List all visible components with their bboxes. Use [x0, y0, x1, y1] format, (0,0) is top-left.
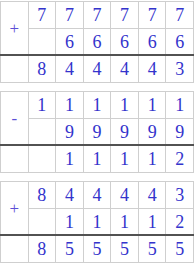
operand-digit-cell: 1: [84, 92, 111, 118]
operand-digit-cell: 7: [56, 2, 83, 28]
operand-digit-cell: 7: [166, 2, 193, 28]
operand-digit-cell: 2: [166, 209, 193, 235]
operand-digit-cell: 6: [139, 29, 166, 55]
sum-line: [0, 234, 194, 236]
operand-digit-cell: 7: [111, 2, 138, 28]
sum-line: [0, 54, 194, 56]
operand-digit-cell: 8: [29, 182, 56, 208]
empty-cell: [29, 29, 56, 55]
empty-cell: [29, 119, 56, 145]
result-digit-cell: 2: [166, 146, 193, 172]
problem-block-addition-1: +77777766666844443: [0, 1, 194, 83]
operand-digit-cell: 6: [56, 29, 83, 55]
operand-digit-cell: 1: [56, 209, 83, 235]
arithmetic-worksheet: +77777766666844443 -1111119999911112 +84…: [0, 0, 194, 263]
operand-digit-cell: 7: [84, 2, 111, 28]
operand-digit-cell: 3: [166, 182, 193, 208]
operand-digit-cell: 4: [56, 182, 83, 208]
sum-line: [0, 144, 194, 146]
operator-minus-sign: -: [1, 92, 28, 145]
operand-digit-cell: 6: [111, 29, 138, 55]
empty-cell: [1, 236, 28, 262]
empty-cell: [29, 146, 56, 172]
operand-digit-cell: 9: [56, 119, 83, 145]
operator-plus-sign: +: [1, 182, 28, 235]
result-digit-cell: 8: [29, 56, 56, 82]
operand-digit-cell: 1: [56, 92, 83, 118]
result-digit-cell: 5: [56, 236, 83, 262]
result-digit-cell: 3: [166, 56, 193, 82]
operand-digit-cell: 7: [139, 2, 166, 28]
operand-digit-cell: 9: [111, 119, 138, 145]
operand-digit-cell: 4: [139, 182, 166, 208]
result-digit-cell: 5: [84, 236, 111, 262]
operand-digit-cell: 7: [29, 2, 56, 28]
result-digit-cell: 8: [29, 236, 56, 262]
result-digit-cell: 1: [56, 146, 83, 172]
operand-digit-cell: 1: [111, 209, 138, 235]
empty-cell: [1, 56, 28, 82]
result-digit-cell: 4: [111, 56, 138, 82]
operand-digit-cell: 1: [139, 92, 166, 118]
operand-digit-cell: 6: [84, 29, 111, 55]
result-digit-cell: 5: [139, 236, 166, 262]
result-digit-cell: 5: [166, 236, 193, 262]
operand-digit-cell: 9: [166, 119, 193, 145]
problem-block-subtraction: -1111119999911112: [0, 91, 194, 173]
operand-digit-cell: 6: [166, 29, 193, 55]
operand-digit-cell: 1: [139, 209, 166, 235]
operand-digit-cell: 1: [111, 92, 138, 118]
empty-cell: [1, 146, 28, 172]
result-digit-cell: 4: [56, 56, 83, 82]
operand-digit-cell: 4: [111, 182, 138, 208]
result-digit-cell: 1: [111, 146, 138, 172]
result-digit-cell: 4: [84, 56, 111, 82]
operand-digit-cell: 9: [84, 119, 111, 145]
problem-block-addition-2: +84444311112855555: [0, 181, 194, 263]
result-digit-cell: 5: [111, 236, 138, 262]
operand-digit-cell: 1: [166, 92, 193, 118]
operator-plus-sign: +: [1, 2, 28, 55]
operand-digit-cell: 1: [29, 92, 56, 118]
empty-cell: [29, 209, 56, 235]
result-digit-cell: 1: [139, 146, 166, 172]
operand-digit-cell: 9: [139, 119, 166, 145]
operand-digit-cell: 4: [84, 182, 111, 208]
result-digit-cell: 1: [84, 146, 111, 172]
result-digit-cell: 4: [139, 56, 166, 82]
operand-digit-cell: 1: [84, 209, 111, 235]
